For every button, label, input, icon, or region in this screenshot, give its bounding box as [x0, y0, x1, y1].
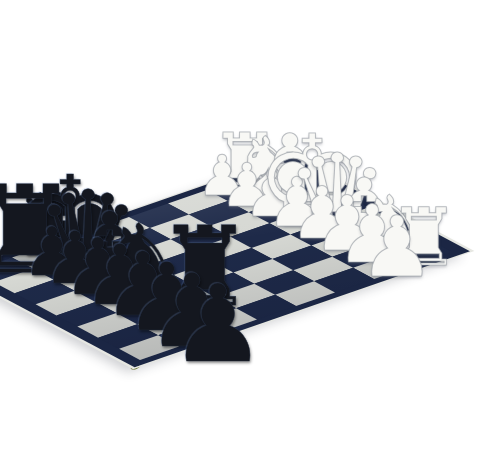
piece-black-pawn: ♟ — [170, 271, 266, 378]
piece-white-pawn: ♟ — [359, 205, 434, 289]
pieces-layer: ♜♞♟♝♟♟♚♟♛♟♝♟♞♞♝♟♜♚♜♛♟♟♝♟♟♞♜♟♟♟♟♟ — [0, 0, 480, 474]
product-photo-scene: ♜♞♟♝♟♟♚♟♛♟♝♟♞♞♝♟♜♚♜♛♟♟♝♟♟♞♜♟♟♟♟♟ — [0, 0, 480, 474]
